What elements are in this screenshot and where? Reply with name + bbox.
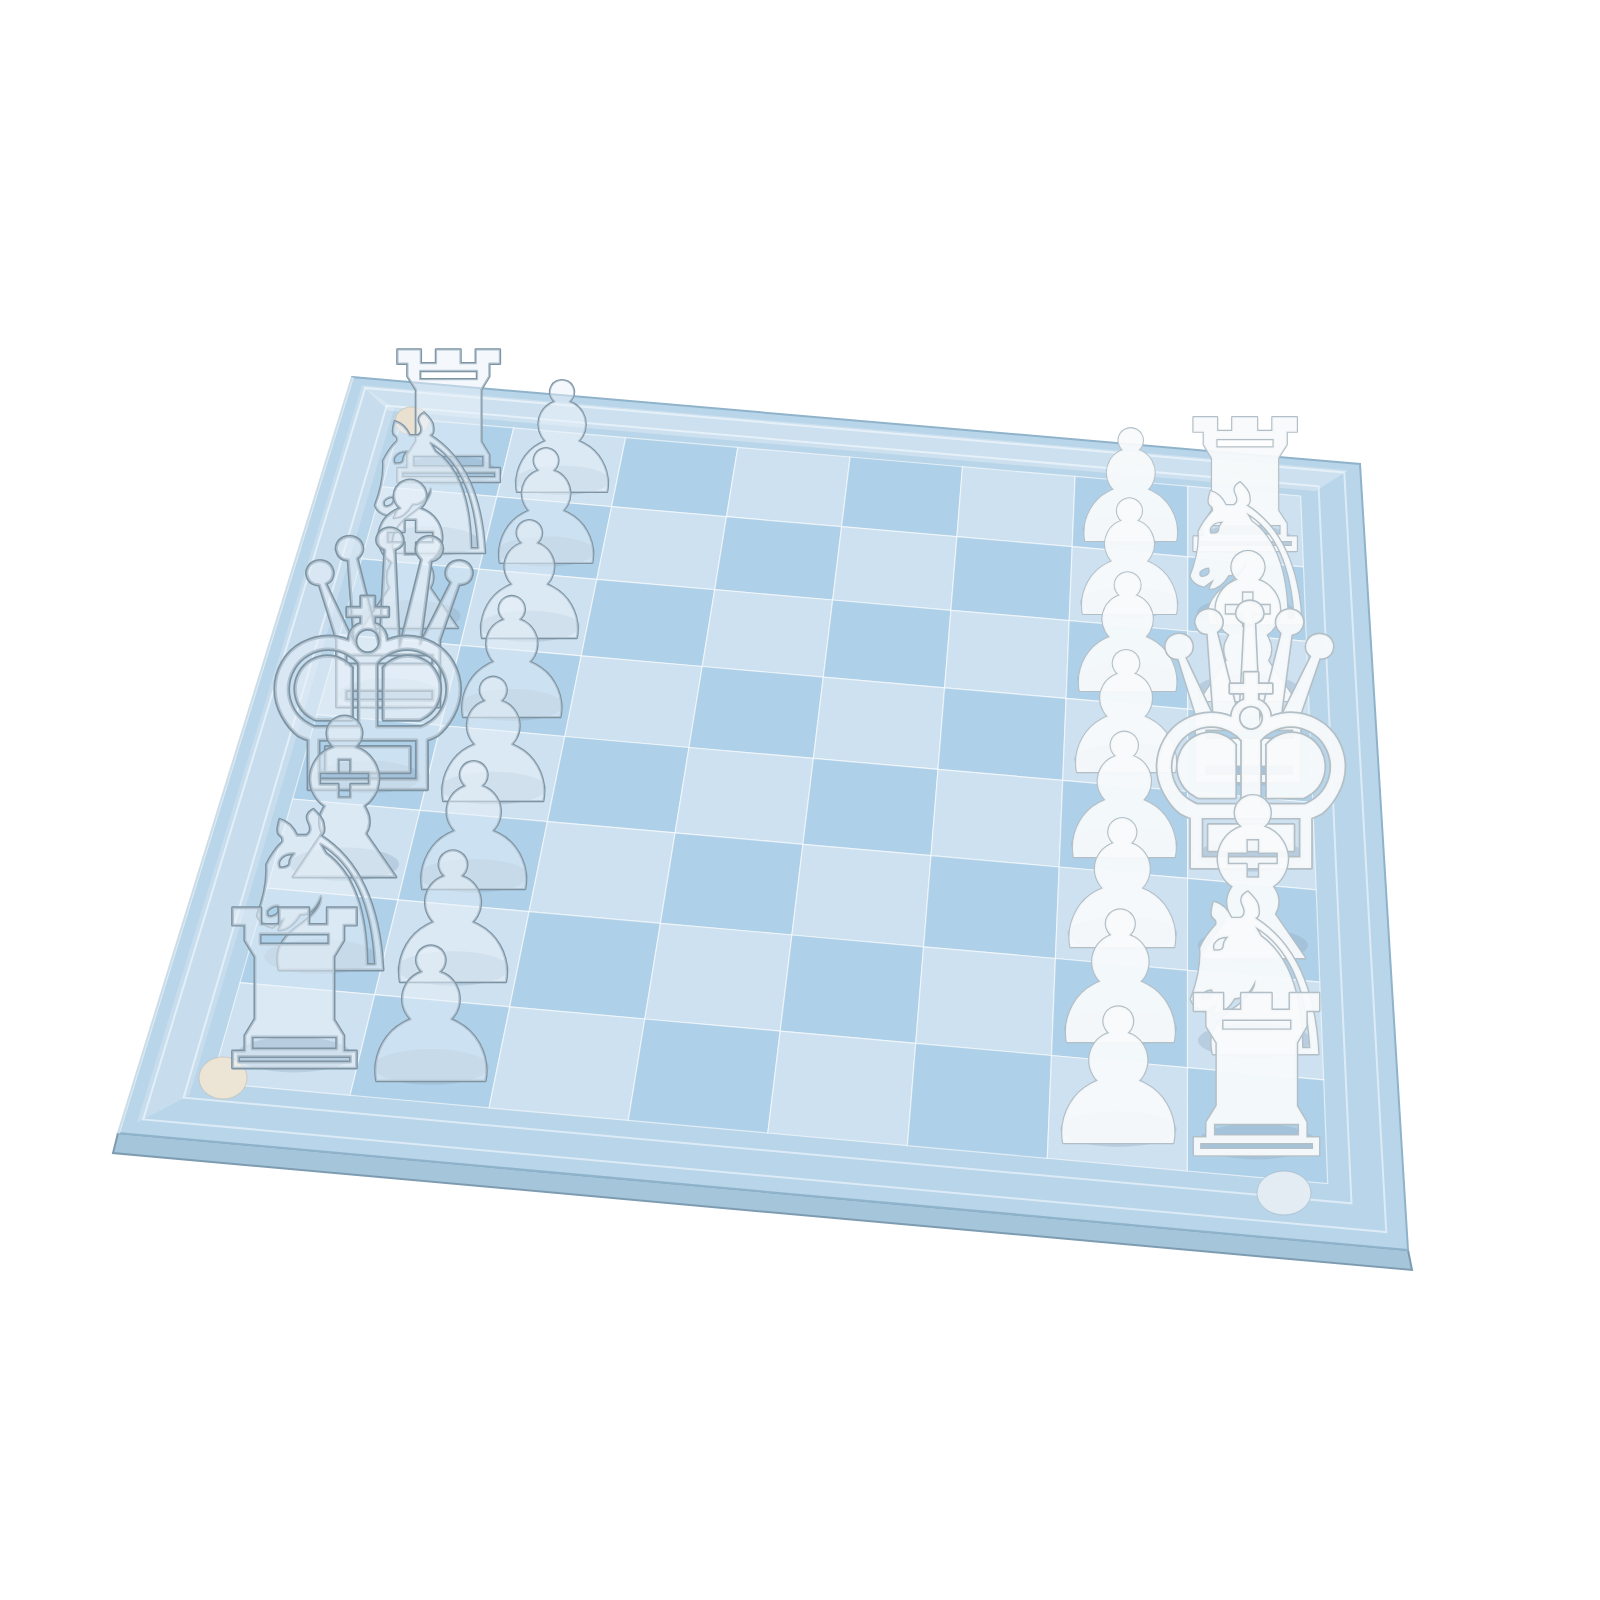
square-a5[interactable] <box>842 457 963 537</box>
square-c4[interactable] <box>702 590 833 677</box>
piece-black-rook-h8[interactable]: ♜ <box>1157 949 1356 1207</box>
chess-board-scene: ♜♟♟♜♞♟♟♞♝♟♟♝♛♟♟♛♚♟♟♚♝♟♟♝♞♟♟♞♜♟♟♜ <box>0 0 1600 1600</box>
product-photo-canvas: ♜♟♟♜♞♟♟♞♝♟♟♝♛♟♟♛♚♟♟♚♝♟♟♝♞♟♟♞♜♟♟♜ <box>0 0 1600 1600</box>
square-f5[interactable] <box>792 844 931 947</box>
square-e5[interactable] <box>803 758 938 855</box>
square-f4[interactable] <box>660 833 803 935</box>
square-d5[interactable] <box>813 677 944 769</box>
square-b4[interactable] <box>715 517 842 600</box>
square-b5[interactable] <box>833 527 957 611</box>
square-e4[interactable] <box>675 748 813 845</box>
square-h6[interactable] <box>907 1043 1051 1158</box>
square-g5[interactable] <box>780 935 923 1043</box>
square-d4[interactable] <box>689 667 823 759</box>
square-g4[interactable] <box>645 923 792 1031</box>
square-h4[interactable] <box>628 1019 780 1133</box>
square-c5[interactable] <box>823 600 951 688</box>
piece-white-pawn-h2[interactable]: ♟ <box>348 909 514 1125</box>
square-h5[interactable] <box>768 1031 916 1146</box>
square-a4[interactable] <box>727 447 851 526</box>
